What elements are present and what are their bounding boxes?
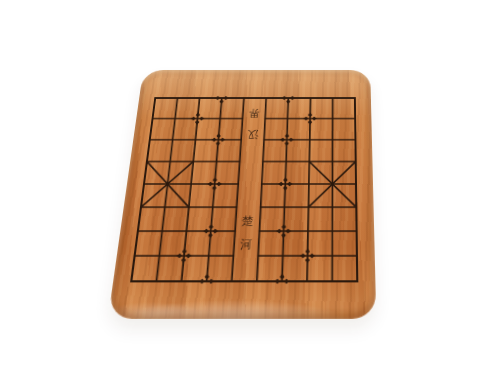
intersection-c9r2[interactable] bbox=[321, 108, 344, 129]
intersection-c10r3[interactable] bbox=[344, 129, 367, 150]
intersection-c1r9[interactable] bbox=[117, 268, 145, 294]
intersection-c2r2[interactable] bbox=[163, 108, 188, 129]
intersection-c5r1[interactable] bbox=[232, 88, 256, 108]
intersection-c3r9[interactable] bbox=[168, 268, 196, 294]
intersection-c3r6[interactable] bbox=[176, 196, 202, 220]
intersection-c5r6[interactable] bbox=[224, 196, 249, 220]
intersection-c1r7[interactable] bbox=[124, 219, 151, 243]
intersection-c5r8[interactable] bbox=[220, 243, 246, 268]
intersection-c3r4[interactable] bbox=[181, 151, 206, 173]
intersection-c10r5[interactable] bbox=[344, 173, 368, 196]
intersection-c10r6[interactable] bbox=[344, 196, 368, 220]
intersection-c1r8[interactable] bbox=[121, 243, 149, 268]
intersection-c10r7[interactable] bbox=[344, 219, 369, 243]
intersection-c7r7[interactable] bbox=[271, 219, 296, 243]
intersection-c8r6[interactable] bbox=[296, 196, 320, 220]
intersection-c6r4[interactable] bbox=[251, 151, 275, 173]
intersection-c4r7[interactable] bbox=[197, 219, 223, 243]
intersection-c2r4[interactable] bbox=[157, 151, 183, 173]
intersection-c1r1[interactable] bbox=[143, 88, 168, 108]
intersection-c1r3[interactable] bbox=[137, 129, 163, 150]
intersection-c3r8[interactable] bbox=[170, 243, 197, 268]
intersection-c7r2[interactable] bbox=[276, 108, 299, 129]
intersection-c6r7[interactable] bbox=[246, 219, 272, 243]
intersection-c2r6[interactable] bbox=[151, 196, 178, 220]
intersection-c2r8[interactable] bbox=[145, 243, 173, 268]
intersection-c1r2[interactable] bbox=[140, 108, 165, 129]
intersection-c4r3[interactable] bbox=[206, 129, 231, 150]
intersection-c6r2[interactable] bbox=[253, 108, 277, 129]
intersection-c6r9[interactable] bbox=[243, 268, 269, 294]
intersection-grid bbox=[117, 88, 370, 294]
photo-background: 界汉楚河 bbox=[0, 0, 500, 375]
intersection-c5r4[interactable] bbox=[227, 151, 252, 173]
intersection-c4r2[interactable] bbox=[208, 108, 232, 129]
intersection-c8r1[interactable] bbox=[299, 88, 322, 108]
intersection-c8r4[interactable] bbox=[297, 151, 321, 173]
intersection-c7r5[interactable] bbox=[273, 173, 297, 196]
intersection-c5r2[interactable] bbox=[231, 108, 255, 129]
intersection-c6r1[interactable] bbox=[254, 88, 277, 108]
intersection-c3r3[interactable] bbox=[183, 129, 208, 150]
intersection-c9r1[interactable] bbox=[321, 88, 343, 108]
intersection-c1r5[interactable] bbox=[131, 173, 158, 196]
intersection-c8r9[interactable] bbox=[294, 268, 320, 294]
intersection-c3r7[interactable] bbox=[173, 219, 200, 243]
intersection-c6r8[interactable] bbox=[245, 243, 271, 268]
intersection-c6r6[interactable] bbox=[248, 196, 273, 220]
intersection-c7r1[interactable] bbox=[277, 88, 300, 108]
intersection-c8r2[interactable] bbox=[299, 108, 322, 129]
intersection-c9r9[interactable] bbox=[319, 268, 344, 294]
intersection-c6r5[interactable] bbox=[249, 173, 274, 196]
intersection-c3r1[interactable] bbox=[187, 88, 211, 108]
intersection-c9r5[interactable] bbox=[321, 173, 345, 196]
intersection-c4r4[interactable] bbox=[204, 151, 229, 173]
intersection-c7r4[interactable] bbox=[274, 151, 298, 173]
intersection-c4r6[interactable] bbox=[200, 196, 226, 220]
intersection-c2r7[interactable] bbox=[148, 219, 175, 243]
intersection-c9r7[interactable] bbox=[320, 219, 344, 243]
intersection-c4r9[interactable] bbox=[193, 268, 220, 294]
intersection-c2r3[interactable] bbox=[160, 129, 185, 150]
intersection-c7r3[interactable] bbox=[275, 129, 299, 150]
intersection-c7r9[interactable] bbox=[269, 268, 295, 294]
intersection-c9r4[interactable] bbox=[321, 151, 344, 173]
intersection-c7r8[interactable] bbox=[270, 243, 296, 268]
intersection-c5r7[interactable] bbox=[222, 219, 248, 243]
intersection-c9r8[interactable] bbox=[320, 243, 345, 268]
intersection-c6r3[interactable] bbox=[252, 129, 276, 150]
board-surface: 界汉楚河 bbox=[108, 70, 376, 319]
intersection-c9r6[interactable] bbox=[320, 196, 344, 220]
intersection-c2r5[interactable] bbox=[154, 173, 180, 196]
intersection-c10r2[interactable] bbox=[344, 108, 367, 129]
intersection-c8r3[interactable] bbox=[298, 129, 321, 150]
intersection-c9r3[interactable] bbox=[321, 129, 344, 150]
intersection-c8r5[interactable] bbox=[297, 173, 321, 196]
intersection-c1r6[interactable] bbox=[127, 196, 154, 220]
intersection-c5r9[interactable] bbox=[218, 268, 245, 294]
xiangqi-board: 界汉楚河 bbox=[127, 54, 373, 314]
intersection-c7r6[interactable] bbox=[272, 196, 297, 220]
intersection-c10r8[interactable] bbox=[344, 243, 369, 268]
intersection-c8r8[interactable] bbox=[295, 243, 320, 268]
intersection-c2r1[interactable] bbox=[165, 88, 190, 108]
intersection-c1r4[interactable] bbox=[134, 151, 160, 173]
intersection-c4r1[interactable] bbox=[210, 88, 234, 108]
intersection-c10r1[interactable] bbox=[344, 88, 366, 108]
intersection-c5r3[interactable] bbox=[229, 129, 253, 150]
intersection-c8r7[interactable] bbox=[295, 219, 320, 243]
intersection-c4r5[interactable] bbox=[202, 173, 227, 196]
intersection-c5r5[interactable] bbox=[226, 173, 251, 196]
intersection-c10r4[interactable] bbox=[344, 151, 367, 173]
intersection-c10r9[interactable] bbox=[345, 268, 370, 294]
intersection-c3r2[interactable] bbox=[185, 108, 210, 129]
intersection-c4r8[interactable] bbox=[195, 243, 222, 268]
intersection-c3r5[interactable] bbox=[178, 173, 204, 196]
intersection-c2r9[interactable] bbox=[142, 268, 170, 294]
